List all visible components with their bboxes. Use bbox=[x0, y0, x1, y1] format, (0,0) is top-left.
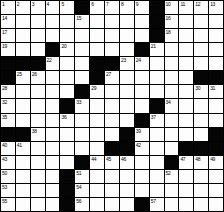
cell-r11c10[interactable]: 42 bbox=[135, 142, 149, 155]
cell-r2c10[interactable] bbox=[135, 15, 149, 28]
clue-number-6: 6 bbox=[91, 1, 93, 7]
cell-r2c9[interactable] bbox=[120, 15, 134, 28]
cell-r14c1[interactable]: 53 bbox=[1, 184, 15, 197]
cell-r13c4[interactable] bbox=[46, 170, 60, 183]
cell-r3c4[interactable] bbox=[46, 29, 60, 42]
clue-number-17: 17 bbox=[2, 29, 7, 35]
black-cell-r13c5 bbox=[60, 170, 74, 183]
cell-r9c1[interactable]: 35 bbox=[1, 114, 15, 127]
clue-number-43: 43 bbox=[2, 156, 7, 162]
clue-number-24: 24 bbox=[136, 57, 141, 63]
clue-number-57: 57 bbox=[151, 198, 156, 204]
cell-r5c14[interactable] bbox=[194, 57, 208, 70]
cell-r2c14[interactable] bbox=[194, 15, 208, 28]
cell-r6c10[interactable] bbox=[135, 71, 149, 84]
cell-r3c5[interactable] bbox=[60, 29, 74, 42]
cell-r2c4[interactable] bbox=[46, 15, 60, 28]
cell-r3c9[interactable] bbox=[120, 29, 134, 42]
cell-r7c5[interactable] bbox=[60, 85, 74, 98]
cell-r4c3[interactable] bbox=[31, 43, 45, 56]
black-cell-r5c7 bbox=[90, 57, 104, 70]
cell-r5c4[interactable]: 22 bbox=[46, 57, 60, 70]
cell-r4c11[interactable]: 21 bbox=[150, 43, 164, 56]
cell-r13c7[interactable] bbox=[90, 170, 104, 183]
cell-r7c11[interactable] bbox=[150, 85, 164, 98]
cell-r5c10[interactable]: 24 bbox=[135, 57, 149, 70]
cell-r14c7[interactable] bbox=[90, 184, 104, 197]
clue-number-46: 46 bbox=[121, 156, 126, 162]
black-cell-r11c15 bbox=[209, 142, 223, 155]
cell-r14c13[interactable] bbox=[179, 184, 193, 197]
cell-r11c1[interactable]: 40 bbox=[1, 142, 15, 155]
cell-r6c13[interactable] bbox=[179, 71, 193, 84]
cell-r2c1[interactable]: 14 bbox=[1, 15, 15, 28]
cell-r15c8[interactable] bbox=[105, 198, 119, 211]
cell-r7c12[interactable] bbox=[165, 85, 179, 98]
black-cell-r5c8 bbox=[105, 57, 119, 70]
black-cell-r11c14 bbox=[194, 142, 208, 155]
cell-r13c2[interactable] bbox=[16, 170, 30, 183]
clue-number-21: 21 bbox=[151, 43, 156, 49]
clue-number-37: 37 bbox=[151, 114, 156, 120]
clue-number-15: 15 bbox=[76, 15, 81, 21]
cell-r3c13[interactable] bbox=[179, 29, 193, 42]
clue-number-5: 5 bbox=[61, 1, 63, 7]
cell-r4c2[interactable] bbox=[16, 43, 30, 56]
cell-r8c1[interactable]: 32 bbox=[1, 99, 15, 112]
cell-r2c3[interactable] bbox=[31, 15, 45, 28]
cell-r9c9[interactable] bbox=[120, 114, 134, 127]
cell-r14c10[interactable] bbox=[135, 184, 149, 197]
cell-r13c14[interactable] bbox=[194, 170, 208, 183]
cell-r14c9[interactable] bbox=[120, 184, 134, 197]
cell-r9c13[interactable] bbox=[179, 114, 193, 127]
cell-r1c2[interactable]: 2 bbox=[16, 1, 30, 14]
black-cell-r15c5 bbox=[60, 198, 74, 211]
clue-number-33: 33 bbox=[76, 99, 81, 105]
cell-r8c10[interactable] bbox=[135, 99, 149, 112]
clue-number-9: 9 bbox=[136, 1, 138, 7]
cell-r3c8[interactable] bbox=[105, 29, 119, 42]
cell-r7c9[interactable] bbox=[120, 85, 134, 98]
cell-r10c8[interactable] bbox=[105, 128, 119, 141]
cell-r4c1[interactable]: 19 bbox=[1, 43, 15, 56]
cell-r3c15[interactable] bbox=[209, 29, 223, 42]
cell-r6c5[interactable] bbox=[60, 71, 74, 84]
cell-r15c15[interactable] bbox=[209, 198, 223, 211]
black-cell-r11c13 bbox=[179, 142, 193, 155]
cell-r4c5[interactable]: 20 bbox=[60, 43, 74, 56]
black-cell-r12c6 bbox=[75, 156, 89, 169]
cell-r11c11[interactable] bbox=[150, 142, 164, 155]
cell-r8c3[interactable] bbox=[31, 99, 45, 112]
clue-number-29: 29 bbox=[91, 85, 96, 91]
black-cell-r14c5 bbox=[60, 184, 74, 197]
cell-r7c8[interactable] bbox=[105, 85, 119, 98]
cell-r10c14[interactable] bbox=[194, 128, 208, 141]
clue-number-19: 19 bbox=[2, 43, 7, 49]
cell-r3c7[interactable] bbox=[90, 29, 104, 42]
cell-r12c10[interactable] bbox=[135, 156, 149, 169]
clue-number-45: 45 bbox=[106, 156, 111, 162]
cell-r1c8[interactable]: 7 bbox=[105, 1, 119, 14]
cell-r15c1[interactable]: 55 bbox=[1, 198, 15, 211]
clue-number-27: 27 bbox=[106, 71, 111, 77]
cell-r4c6[interactable] bbox=[75, 43, 89, 56]
cell-r5c11[interactable] bbox=[150, 57, 164, 70]
cell-r13c11[interactable] bbox=[150, 170, 164, 183]
cell-r8c14[interactable] bbox=[194, 99, 208, 112]
black-cell-r2c11 bbox=[150, 15, 164, 28]
cell-r14c2[interactable] bbox=[16, 184, 30, 197]
black-cell-r1c11 bbox=[150, 1, 164, 14]
cell-r2c6[interactable]: 15 bbox=[75, 15, 89, 28]
cell-r4c12[interactable] bbox=[165, 43, 179, 56]
clue-number-53: 53 bbox=[2, 184, 7, 190]
cell-r6c8[interactable]: 27 bbox=[105, 71, 119, 84]
clue-number-25: 25 bbox=[17, 71, 22, 77]
cell-r10c3[interactable]: 38 bbox=[31, 128, 45, 141]
black-cell-r7c6 bbox=[75, 85, 89, 98]
black-cell-r5c1 bbox=[1, 57, 15, 70]
clue-number-35: 35 bbox=[2, 114, 7, 120]
clue-number-28: 28 bbox=[2, 85, 7, 91]
clue-number-52: 52 bbox=[166, 170, 171, 176]
clue-number-39: 39 bbox=[136, 128, 141, 134]
clue-number-54: 54 bbox=[76, 184, 81, 190]
cell-r6c9[interactable] bbox=[120, 71, 134, 84]
cell-r13c6[interactable]: 51 bbox=[75, 170, 89, 183]
clue-number-3: 3 bbox=[32, 1, 34, 7]
black-cell-r6c15 bbox=[209, 71, 223, 84]
cell-r15c7[interactable] bbox=[90, 198, 104, 211]
cell-r15c9[interactable] bbox=[120, 198, 134, 211]
cell-r12c2[interactable] bbox=[16, 156, 30, 169]
black-cell-r10c9 bbox=[120, 128, 134, 141]
cell-r10c11[interactable] bbox=[150, 128, 164, 141]
cell-r4c9[interactable] bbox=[120, 43, 134, 56]
cell-r11c4[interactable] bbox=[46, 142, 60, 155]
cell-r15c14[interactable] bbox=[194, 198, 208, 211]
cell-r12c11[interactable] bbox=[150, 156, 164, 169]
cell-r6c6[interactable] bbox=[75, 71, 89, 84]
cell-r13c13[interactable] bbox=[179, 170, 193, 183]
cell-r1c12[interactable]: 10 bbox=[165, 1, 179, 14]
cell-r9c3[interactable] bbox=[31, 114, 45, 127]
clue-number-55: 55 bbox=[2, 198, 7, 204]
cell-r10c4[interactable] bbox=[46, 128, 60, 141]
clue-number-56: 56 bbox=[76, 198, 81, 204]
cell-r7c10[interactable] bbox=[135, 85, 149, 98]
clue-number-41: 41 bbox=[17, 142, 22, 148]
cell-r6c2[interactable]: 25 bbox=[16, 71, 30, 84]
cell-r4c15[interactable] bbox=[209, 43, 223, 56]
cell-r14c12[interactable] bbox=[165, 184, 179, 197]
cell-r15c11[interactable]: 57 bbox=[150, 198, 164, 211]
cell-r10c10[interactable]: 39 bbox=[135, 128, 149, 141]
cell-r10c13[interactable] bbox=[179, 128, 193, 141]
cell-r13c3[interactable] bbox=[31, 170, 45, 183]
cell-r7c4[interactable] bbox=[46, 85, 60, 98]
clue-number-8: 8 bbox=[121, 1, 123, 7]
cell-r8c12[interactable]: 34 bbox=[165, 99, 179, 112]
cell-r12c7[interactable]: 44 bbox=[90, 156, 104, 169]
clue-number-26: 26 bbox=[32, 71, 37, 77]
black-cell-r12c12 bbox=[165, 156, 179, 169]
clue-number-36: 36 bbox=[61, 114, 66, 120]
cell-r8c15[interactable] bbox=[209, 99, 223, 112]
cell-r13c1[interactable]: 50 bbox=[1, 170, 15, 183]
cell-r3c3[interactable] bbox=[31, 29, 45, 42]
cell-r1c3[interactable]: 3 bbox=[31, 1, 45, 14]
cell-r5c12[interactable] bbox=[165, 57, 179, 70]
cell-r15c4[interactable] bbox=[46, 198, 60, 211]
clue-number-2: 2 bbox=[17, 1, 19, 7]
cell-r12c1[interactable]: 43 bbox=[1, 156, 15, 169]
cell-r14c3[interactable] bbox=[31, 184, 45, 197]
black-cell-r4c10 bbox=[135, 43, 149, 56]
cell-r7c14[interactable]: 30 bbox=[194, 85, 208, 98]
cell-r10c7[interactable] bbox=[90, 128, 104, 141]
cell-r11c6[interactable] bbox=[75, 142, 89, 155]
cell-r2c5[interactable] bbox=[60, 15, 74, 28]
black-cell-r1c6 bbox=[75, 1, 89, 14]
cell-r14c6[interactable]: 54 bbox=[75, 184, 89, 197]
black-cell-r10c1 bbox=[1, 128, 15, 141]
black-cell-r4c4 bbox=[46, 43, 60, 56]
cell-r13c9[interactable] bbox=[120, 170, 134, 183]
cell-r14c8[interactable] bbox=[105, 184, 119, 197]
clue-number-18: 18 bbox=[166, 29, 171, 35]
cell-r15c13[interactable] bbox=[179, 198, 193, 211]
clue-number-50: 50 bbox=[2, 170, 7, 176]
cell-r12c4[interactable] bbox=[46, 156, 60, 169]
black-cell-r5c3 bbox=[31, 57, 45, 70]
cell-r12c15[interactable]: 49 bbox=[209, 156, 223, 169]
cell-r2c8[interactable] bbox=[105, 15, 119, 28]
cell-r5c13[interactable] bbox=[179, 57, 193, 70]
clue-number-13: 13 bbox=[210, 1, 215, 7]
clue-number-11: 11 bbox=[180, 1, 185, 7]
black-cell-r5c2 bbox=[16, 57, 30, 70]
cell-r3c6[interactable] bbox=[75, 29, 89, 42]
cell-r8c6[interactable]: 33 bbox=[75, 99, 89, 112]
black-cell-r9c10 bbox=[135, 114, 149, 127]
cell-r4c14[interactable] bbox=[194, 43, 208, 56]
cell-r13c12[interactable]: 52 bbox=[165, 170, 179, 183]
cell-r7c1[interactable]: 28 bbox=[1, 85, 15, 98]
black-cell-r11c8 bbox=[105, 142, 119, 155]
cell-r3c10[interactable] bbox=[135, 29, 149, 42]
cell-r12c5[interactable] bbox=[60, 156, 74, 169]
clue-number-23: 23 bbox=[121, 57, 126, 63]
clue-number-38: 38 bbox=[32, 128, 37, 134]
cell-r5c6[interactable] bbox=[75, 57, 89, 70]
cell-r9c5[interactable]: 36 bbox=[60, 114, 74, 127]
clue-number-48: 48 bbox=[195, 156, 200, 162]
clue-number-30: 30 bbox=[195, 85, 200, 91]
cell-r1c4[interactable]: 4 bbox=[46, 1, 60, 14]
cell-r14c11[interactable] bbox=[150, 184, 164, 197]
cell-r9c7[interactable] bbox=[90, 114, 104, 127]
clue-number-51: 51 bbox=[76, 170, 81, 176]
cell-r15c6[interactable]: 56 bbox=[75, 198, 89, 211]
cell-r12c14[interactable]: 48 bbox=[194, 156, 208, 169]
cell-r1c14[interactable]: 12 bbox=[194, 1, 208, 14]
cell-r1c5[interactable]: 5 bbox=[60, 1, 74, 14]
cell-r11c12[interactable] bbox=[165, 142, 179, 155]
clue-number-31: 31 bbox=[210, 85, 215, 91]
cell-r5c5[interactable] bbox=[60, 57, 74, 70]
cell-r1c1[interactable]: 1 bbox=[1, 1, 15, 14]
cell-r6c4[interactable] bbox=[46, 71, 60, 84]
cell-r2c15[interactable] bbox=[209, 15, 223, 28]
cell-r7c7[interactable]: 29 bbox=[90, 85, 104, 98]
cell-r10c12[interactable] bbox=[165, 128, 179, 141]
black-cell-r11c9 bbox=[120, 142, 134, 155]
cell-r8c2[interactable] bbox=[16, 99, 30, 112]
cell-r3c12[interactable]: 18 bbox=[165, 29, 179, 42]
clue-number-16: 16 bbox=[166, 15, 171, 21]
cell-r8c4[interactable] bbox=[46, 99, 60, 112]
black-cell-r3c11 bbox=[150, 29, 164, 42]
cell-r4c7[interactable] bbox=[90, 43, 104, 56]
clue-number-47: 47 bbox=[180, 156, 185, 162]
black-cell-r6c1 bbox=[1, 71, 15, 84]
clue-number-20: 20 bbox=[61, 43, 66, 49]
cell-r9c11[interactable]: 37 bbox=[150, 114, 164, 127]
cell-r14c15[interactable] bbox=[209, 184, 223, 197]
cell-r8c9[interactable] bbox=[120, 99, 134, 112]
cell-r3c14[interactable] bbox=[194, 29, 208, 42]
cell-r3c1[interactable]: 17 bbox=[1, 29, 15, 42]
clue-number-40: 40 bbox=[2, 142, 7, 148]
cell-r15c12[interactable] bbox=[165, 198, 179, 211]
clue-number-34: 34 bbox=[166, 99, 171, 105]
cell-r9c2[interactable] bbox=[16, 114, 30, 127]
cell-r13c10[interactable] bbox=[135, 170, 149, 183]
cell-r1c7[interactable]: 6 bbox=[90, 1, 104, 14]
cell-r8c13[interactable] bbox=[179, 99, 193, 112]
cell-r9c12[interactable] bbox=[165, 114, 179, 127]
cell-r11c5[interactable] bbox=[60, 142, 74, 155]
clue-number-49: 49 bbox=[210, 156, 215, 162]
cell-r12c13[interactable]: 47 bbox=[179, 156, 193, 169]
clue-number-44: 44 bbox=[91, 156, 96, 162]
cell-r2c2[interactable] bbox=[16, 15, 30, 28]
cell-r6c3[interactable]: 26 bbox=[31, 71, 45, 84]
cell-r1c10[interactable]: 9 bbox=[135, 1, 149, 14]
cell-r5c9[interactable]: 23 bbox=[120, 57, 134, 70]
black-cell-r6c7 bbox=[90, 71, 104, 84]
crossword-grid: 1234567891011121314151617181920212223242… bbox=[0, 0, 224, 212]
clue-number-14: 14 bbox=[2, 15, 7, 21]
black-cell-r8c5 bbox=[60, 99, 74, 112]
black-cell-r6c14 bbox=[194, 71, 208, 84]
clue-number-22: 22 bbox=[47, 57, 52, 63]
cell-r1c13[interactable]: 11 bbox=[179, 1, 193, 14]
cell-r10c5[interactable] bbox=[60, 128, 74, 141]
clue-number-4: 4 bbox=[47, 1, 49, 7]
cell-r11c2[interactable]: 41 bbox=[16, 142, 30, 155]
cell-r14c4[interactable] bbox=[46, 184, 60, 197]
black-cell-r10c2 bbox=[16, 128, 30, 141]
cell-r8c8[interactable] bbox=[105, 99, 119, 112]
cell-r15c2[interactable] bbox=[16, 198, 30, 211]
cell-r7c13[interactable] bbox=[179, 85, 193, 98]
cell-r9c15[interactable] bbox=[209, 114, 223, 127]
cell-r13c15[interactable] bbox=[209, 170, 223, 183]
cell-r2c13[interactable] bbox=[179, 15, 193, 28]
cell-r5c15[interactable] bbox=[209, 57, 223, 70]
black-cell-r8c11 bbox=[150, 99, 164, 112]
clue-number-42: 42 bbox=[136, 142, 141, 148]
cell-r11c7[interactable] bbox=[90, 142, 104, 155]
cell-r1c15[interactable]: 13 bbox=[209, 1, 223, 14]
clue-number-10: 10 bbox=[166, 1, 171, 7]
crossword-puzzle: 1234567891011121314151617181920212223242… bbox=[0, 0, 224, 212]
cell-r11c3[interactable] bbox=[31, 142, 45, 155]
cell-r10c6[interactable] bbox=[75, 128, 89, 141]
clue-number-1: 1 bbox=[2, 1, 4, 7]
clue-number-12: 12 bbox=[195, 1, 200, 7]
cell-r12c3[interactable] bbox=[31, 156, 45, 169]
cell-r4c8[interactable] bbox=[105, 43, 119, 56]
cell-r6c11[interactable] bbox=[150, 71, 164, 84]
cell-r9c4[interactable] bbox=[46, 114, 60, 127]
cell-r6c12[interactable] bbox=[165, 71, 179, 84]
cell-r8c7[interactable] bbox=[90, 99, 104, 112]
cell-r7c15[interactable]: 31 bbox=[209, 85, 223, 98]
cell-r7c2[interactable] bbox=[16, 85, 30, 98]
clue-number-7: 7 bbox=[106, 1, 108, 7]
cell-r9c6[interactable] bbox=[75, 114, 89, 127]
cell-r15c3[interactable] bbox=[31, 198, 45, 211]
cell-r3c2[interactable] bbox=[16, 29, 30, 42]
black-cell-r10c15 bbox=[209, 128, 223, 141]
cell-r7c3[interactable] bbox=[31, 85, 45, 98]
cell-r4c13[interactable] bbox=[179, 43, 193, 56]
cell-r2c7[interactable] bbox=[90, 15, 104, 28]
cell-r13c8[interactable] bbox=[105, 170, 119, 183]
cell-r9c8[interactable] bbox=[105, 114, 119, 127]
cell-r9c14[interactable] bbox=[194, 114, 208, 127]
cell-r12c8[interactable]: 45 bbox=[105, 156, 119, 169]
cell-r12c9[interactable]: 46 bbox=[120, 156, 134, 169]
black-cell-r15c10 bbox=[135, 198, 149, 211]
cell-r14c14[interactable] bbox=[194, 184, 208, 197]
cell-r2c12[interactable]: 16 bbox=[165, 15, 179, 28]
cell-r1c9[interactable]: 8 bbox=[120, 1, 134, 14]
clue-number-32: 32 bbox=[2, 99, 7, 105]
